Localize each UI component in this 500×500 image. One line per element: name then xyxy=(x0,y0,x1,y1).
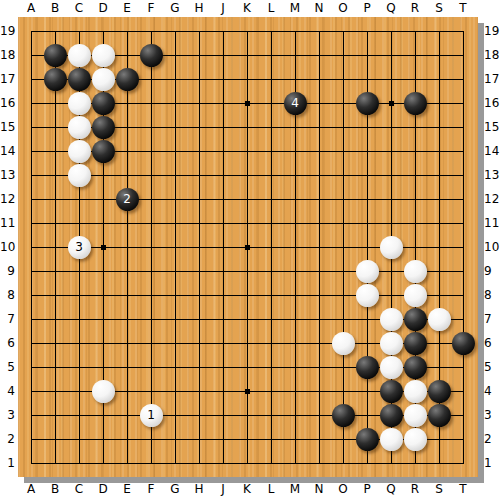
intersection-L7[interactable] xyxy=(259,307,283,331)
intersection-B10[interactable] xyxy=(43,235,67,259)
intersection-J2[interactable] xyxy=(211,427,235,451)
intersection-S18[interactable] xyxy=(427,43,451,67)
intersection-R13[interactable] xyxy=(403,163,427,187)
intersection-S16[interactable] xyxy=(427,91,451,115)
intersection-F2[interactable] xyxy=(139,427,163,451)
intersection-L5[interactable] xyxy=(259,355,283,379)
intersection-P9[interactable] xyxy=(355,259,379,283)
intersection-G4[interactable] xyxy=(163,379,187,403)
intersection-E7[interactable] xyxy=(115,307,139,331)
intersection-G3[interactable] xyxy=(163,403,187,427)
intersection-R14[interactable] xyxy=(403,139,427,163)
intersection-O13[interactable] xyxy=(331,163,355,187)
intersection-S6[interactable] xyxy=(427,331,451,355)
intersection-P8[interactable] xyxy=(355,283,379,307)
intersection-P12[interactable] xyxy=(355,187,379,211)
intersection-N10[interactable] xyxy=(307,235,331,259)
intersection-K17[interactable] xyxy=(235,67,259,91)
intersection-R3[interactable] xyxy=(403,403,427,427)
intersection-J3[interactable] xyxy=(211,403,235,427)
intersection-C14[interactable] xyxy=(67,139,91,163)
intersection-A13[interactable] xyxy=(19,163,43,187)
intersection-T14[interactable] xyxy=(451,139,475,163)
intersection-J9[interactable] xyxy=(211,259,235,283)
intersection-S4[interactable] xyxy=(427,379,451,403)
intersection-A8[interactable] xyxy=(19,283,43,307)
intersection-M11[interactable] xyxy=(283,211,307,235)
intersection-K13[interactable] xyxy=(235,163,259,187)
intersection-L16[interactable] xyxy=(259,91,283,115)
intersection-C2[interactable] xyxy=(67,427,91,451)
intersection-J7[interactable] xyxy=(211,307,235,331)
intersection-P13[interactable] xyxy=(355,163,379,187)
intersection-S19[interactable] xyxy=(427,19,451,43)
intersection-F3[interactable]: 1 xyxy=(139,403,163,427)
intersection-P14[interactable] xyxy=(355,139,379,163)
intersection-C16[interactable] xyxy=(67,91,91,115)
intersection-D5[interactable] xyxy=(91,355,115,379)
intersection-N3[interactable] xyxy=(307,403,331,427)
intersection-L4[interactable] xyxy=(259,379,283,403)
intersection-O3[interactable] xyxy=(331,403,355,427)
intersection-E16[interactable] xyxy=(115,91,139,115)
intersection-E9[interactable] xyxy=(115,259,139,283)
intersection-O1[interactable] xyxy=(331,451,355,475)
intersection-G8[interactable] xyxy=(163,283,187,307)
intersection-H16[interactable] xyxy=(187,91,211,115)
intersection-B15[interactable] xyxy=(43,115,67,139)
intersection-E15[interactable] xyxy=(115,115,139,139)
intersection-A16[interactable] xyxy=(19,91,43,115)
intersection-J1[interactable] xyxy=(211,451,235,475)
intersection-E5[interactable] xyxy=(115,355,139,379)
intersection-M1[interactable] xyxy=(283,451,307,475)
intersection-F1[interactable] xyxy=(139,451,163,475)
intersection-S12[interactable] xyxy=(427,187,451,211)
intersection-B13[interactable] xyxy=(43,163,67,187)
intersection-T11[interactable] xyxy=(451,211,475,235)
intersection-T18[interactable] xyxy=(451,43,475,67)
intersection-M5[interactable] xyxy=(283,355,307,379)
intersection-R11[interactable] xyxy=(403,211,427,235)
intersection-M19[interactable] xyxy=(283,19,307,43)
intersection-D1[interactable] xyxy=(91,451,115,475)
intersection-H18[interactable] xyxy=(187,43,211,67)
intersection-C18[interactable] xyxy=(67,43,91,67)
intersection-A14[interactable] xyxy=(19,139,43,163)
intersection-M4[interactable] xyxy=(283,379,307,403)
intersection-D6[interactable] xyxy=(91,331,115,355)
intersection-D11[interactable] xyxy=(91,211,115,235)
intersection-Q16[interactable] xyxy=(379,91,403,115)
intersection-A3[interactable] xyxy=(19,403,43,427)
intersection-N9[interactable] xyxy=(307,259,331,283)
intersection-H2[interactable] xyxy=(187,427,211,451)
intersection-J17[interactable] xyxy=(211,67,235,91)
intersection-K9[interactable] xyxy=(235,259,259,283)
intersection-M18[interactable] xyxy=(283,43,307,67)
intersection-Q1[interactable] xyxy=(379,451,403,475)
intersection-T7[interactable] xyxy=(451,307,475,331)
intersection-B16[interactable] xyxy=(43,91,67,115)
intersection-H7[interactable] xyxy=(187,307,211,331)
intersection-E18[interactable] xyxy=(115,43,139,67)
intersection-F11[interactable] xyxy=(139,211,163,235)
intersection-O4[interactable] xyxy=(331,379,355,403)
intersection-O10[interactable] xyxy=(331,235,355,259)
intersection-A19[interactable] xyxy=(19,19,43,43)
intersection-H5[interactable] xyxy=(187,355,211,379)
intersection-N19[interactable] xyxy=(307,19,331,43)
intersection-G6[interactable] xyxy=(163,331,187,355)
intersection-J18[interactable] xyxy=(211,43,235,67)
intersection-S10[interactable] xyxy=(427,235,451,259)
intersection-H6[interactable] xyxy=(187,331,211,355)
intersection-N8[interactable] xyxy=(307,283,331,307)
intersection-K12[interactable] xyxy=(235,187,259,211)
intersection-C10[interactable]: 3 xyxy=(67,235,91,259)
intersection-L2[interactable] xyxy=(259,427,283,451)
intersection-A1[interactable] xyxy=(19,451,43,475)
intersection-C17[interactable] xyxy=(67,67,91,91)
intersection-N13[interactable] xyxy=(307,163,331,187)
intersection-K11[interactable] xyxy=(235,211,259,235)
intersection-E4[interactable] xyxy=(115,379,139,403)
intersection-G14[interactable] xyxy=(163,139,187,163)
intersection-C13[interactable] xyxy=(67,163,91,187)
intersection-D18[interactable] xyxy=(91,43,115,67)
intersection-D9[interactable] xyxy=(91,259,115,283)
intersection-G13[interactable] xyxy=(163,163,187,187)
intersection-R19[interactable] xyxy=(403,19,427,43)
intersection-P2[interactable] xyxy=(355,427,379,451)
intersection-O14[interactable] xyxy=(331,139,355,163)
intersection-R17[interactable] xyxy=(403,67,427,91)
intersection-B7[interactable] xyxy=(43,307,67,331)
intersection-D19[interactable] xyxy=(91,19,115,43)
intersection-K14[interactable] xyxy=(235,139,259,163)
intersection-Q4[interactable] xyxy=(379,379,403,403)
intersection-N12[interactable] xyxy=(307,187,331,211)
intersection-L19[interactable] xyxy=(259,19,283,43)
intersection-G18[interactable] xyxy=(163,43,187,67)
intersection-G1[interactable] xyxy=(163,451,187,475)
intersection-F5[interactable] xyxy=(139,355,163,379)
intersection-Q18[interactable] xyxy=(379,43,403,67)
intersection-H9[interactable] xyxy=(187,259,211,283)
intersection-T8[interactable] xyxy=(451,283,475,307)
intersection-D15[interactable] xyxy=(91,115,115,139)
intersection-Q10[interactable] xyxy=(379,235,403,259)
intersection-O11[interactable] xyxy=(331,211,355,235)
intersection-N15[interactable] xyxy=(307,115,331,139)
intersection-P11[interactable] xyxy=(355,211,379,235)
intersection-K8[interactable] xyxy=(235,283,259,307)
intersection-F8[interactable] xyxy=(139,283,163,307)
intersection-C7[interactable] xyxy=(67,307,91,331)
intersection-M16[interactable]: 4 xyxy=(283,91,307,115)
intersection-D16[interactable] xyxy=(91,91,115,115)
intersection-O6[interactable] xyxy=(331,331,355,355)
intersection-T3[interactable] xyxy=(451,403,475,427)
intersection-E17[interactable] xyxy=(115,67,139,91)
intersection-G10[interactable] xyxy=(163,235,187,259)
intersection-Q15[interactable] xyxy=(379,115,403,139)
intersection-Q14[interactable] xyxy=(379,139,403,163)
intersection-P1[interactable] xyxy=(355,451,379,475)
intersection-J5[interactable] xyxy=(211,355,235,379)
intersection-S11[interactable] xyxy=(427,211,451,235)
intersection-C4[interactable] xyxy=(67,379,91,403)
intersection-J14[interactable] xyxy=(211,139,235,163)
intersection-P3[interactable] xyxy=(355,403,379,427)
intersection-C8[interactable] xyxy=(67,283,91,307)
intersection-T16[interactable] xyxy=(451,91,475,115)
intersection-E3[interactable] xyxy=(115,403,139,427)
intersection-P6[interactable] xyxy=(355,331,379,355)
intersection-N16[interactable] xyxy=(307,91,331,115)
intersection-A9[interactable] xyxy=(19,259,43,283)
intersection-P17[interactable] xyxy=(355,67,379,91)
intersection-O7[interactable] xyxy=(331,307,355,331)
intersection-K7[interactable] xyxy=(235,307,259,331)
intersection-O19[interactable] xyxy=(331,19,355,43)
intersection-M15[interactable] xyxy=(283,115,307,139)
intersection-R6[interactable] xyxy=(403,331,427,355)
intersection-A7[interactable] xyxy=(19,307,43,331)
intersection-M10[interactable] xyxy=(283,235,307,259)
intersection-S15[interactable] xyxy=(427,115,451,139)
intersection-L11[interactable] xyxy=(259,211,283,235)
intersection-F6[interactable] xyxy=(139,331,163,355)
intersection-M2[interactable] xyxy=(283,427,307,451)
intersection-E14[interactable] xyxy=(115,139,139,163)
intersection-P7[interactable] xyxy=(355,307,379,331)
intersection-D3[interactable] xyxy=(91,403,115,427)
intersection-Q3[interactable] xyxy=(379,403,403,427)
intersection-K3[interactable] xyxy=(235,403,259,427)
intersection-M9[interactable] xyxy=(283,259,307,283)
intersection-K1[interactable] xyxy=(235,451,259,475)
intersection-T17[interactable] xyxy=(451,67,475,91)
intersection-Q2[interactable] xyxy=(379,427,403,451)
intersection-S17[interactable] xyxy=(427,67,451,91)
intersection-T6[interactable] xyxy=(451,331,475,355)
intersection-S5[interactable] xyxy=(427,355,451,379)
intersection-K18[interactable] xyxy=(235,43,259,67)
intersection-C11[interactable] xyxy=(67,211,91,235)
intersection-Q5[interactable] xyxy=(379,355,403,379)
intersection-L6[interactable] xyxy=(259,331,283,355)
intersection-J11[interactable] xyxy=(211,211,235,235)
intersection-S14[interactable] xyxy=(427,139,451,163)
intersection-N14[interactable] xyxy=(307,139,331,163)
intersection-H19[interactable] xyxy=(187,19,211,43)
intersection-B9[interactable] xyxy=(43,259,67,283)
intersection-E19[interactable] xyxy=(115,19,139,43)
intersection-F12[interactable] xyxy=(139,187,163,211)
intersection-T10[interactable] xyxy=(451,235,475,259)
intersection-A6[interactable] xyxy=(19,331,43,355)
intersection-J10[interactable] xyxy=(211,235,235,259)
intersection-E1[interactable] xyxy=(115,451,139,475)
intersection-D12[interactable] xyxy=(91,187,115,211)
intersection-C1[interactable] xyxy=(67,451,91,475)
intersection-Q8[interactable] xyxy=(379,283,403,307)
intersection-H3[interactable] xyxy=(187,403,211,427)
intersection-K2[interactable] xyxy=(235,427,259,451)
intersection-H14[interactable] xyxy=(187,139,211,163)
intersection-F14[interactable] xyxy=(139,139,163,163)
intersection-A12[interactable] xyxy=(19,187,43,211)
intersection-S3[interactable] xyxy=(427,403,451,427)
intersection-L8[interactable] xyxy=(259,283,283,307)
intersection-R12[interactable] xyxy=(403,187,427,211)
intersection-K19[interactable] xyxy=(235,19,259,43)
intersection-T5[interactable] xyxy=(451,355,475,379)
intersection-N2[interactable] xyxy=(307,427,331,451)
intersection-R18[interactable] xyxy=(403,43,427,67)
intersection-F19[interactable] xyxy=(139,19,163,43)
intersection-L18[interactable] xyxy=(259,43,283,67)
intersection-F10[interactable] xyxy=(139,235,163,259)
intersection-P10[interactable] xyxy=(355,235,379,259)
intersection-M7[interactable] xyxy=(283,307,307,331)
intersection-A5[interactable] xyxy=(19,355,43,379)
intersection-T1[interactable] xyxy=(451,451,475,475)
intersection-E11[interactable] xyxy=(115,211,139,235)
intersection-O16[interactable] xyxy=(331,91,355,115)
intersection-R2[interactable] xyxy=(403,427,427,451)
intersection-H11[interactable] xyxy=(187,211,211,235)
intersection-B17[interactable] xyxy=(43,67,67,91)
intersection-A2[interactable] xyxy=(19,427,43,451)
intersection-P19[interactable] xyxy=(355,19,379,43)
intersection-J16[interactable] xyxy=(211,91,235,115)
intersection-R7[interactable] xyxy=(403,307,427,331)
intersection-F18[interactable] xyxy=(139,43,163,67)
intersection-L15[interactable] xyxy=(259,115,283,139)
intersection-B2[interactable] xyxy=(43,427,67,451)
intersection-D17[interactable] xyxy=(91,67,115,91)
intersection-C19[interactable] xyxy=(67,19,91,43)
intersection-S1[interactable] xyxy=(427,451,451,475)
intersection-M6[interactable] xyxy=(283,331,307,355)
intersection-D13[interactable] xyxy=(91,163,115,187)
intersection-G9[interactable] xyxy=(163,259,187,283)
intersection-G12[interactable] xyxy=(163,187,187,211)
intersection-C15[interactable] xyxy=(67,115,91,139)
intersection-J4[interactable] xyxy=(211,379,235,403)
intersection-G5[interactable] xyxy=(163,355,187,379)
intersection-O2[interactable] xyxy=(331,427,355,451)
intersection-G17[interactable] xyxy=(163,67,187,91)
intersection-K10[interactable] xyxy=(235,235,259,259)
intersection-D7[interactable] xyxy=(91,307,115,331)
intersection-R5[interactable] xyxy=(403,355,427,379)
intersection-S8[interactable] xyxy=(427,283,451,307)
intersection-R1[interactable] xyxy=(403,451,427,475)
intersection-A15[interactable] xyxy=(19,115,43,139)
intersection-E12[interactable]: 2 xyxy=(115,187,139,211)
intersection-S2[interactable] xyxy=(427,427,451,451)
intersection-J8[interactable] xyxy=(211,283,235,307)
intersection-D8[interactable] xyxy=(91,283,115,307)
intersection-G19[interactable] xyxy=(163,19,187,43)
intersection-L9[interactable] xyxy=(259,259,283,283)
intersection-L17[interactable] xyxy=(259,67,283,91)
intersection-L13[interactable] xyxy=(259,163,283,187)
intersection-R9[interactable] xyxy=(403,259,427,283)
intersection-P4[interactable] xyxy=(355,379,379,403)
intersection-G15[interactable] xyxy=(163,115,187,139)
intersection-Q11[interactable] xyxy=(379,211,403,235)
intersection-E10[interactable] xyxy=(115,235,139,259)
intersection-K16[interactable] xyxy=(235,91,259,115)
intersection-L14[interactable] xyxy=(259,139,283,163)
intersection-O5[interactable] xyxy=(331,355,355,379)
intersection-O12[interactable] xyxy=(331,187,355,211)
intersection-Q9[interactable] xyxy=(379,259,403,283)
intersection-J19[interactable] xyxy=(211,19,235,43)
intersection-L12[interactable] xyxy=(259,187,283,211)
intersection-C5[interactable] xyxy=(67,355,91,379)
intersection-Q19[interactable] xyxy=(379,19,403,43)
intersection-T15[interactable] xyxy=(451,115,475,139)
intersection-G11[interactable] xyxy=(163,211,187,235)
intersection-A4[interactable] xyxy=(19,379,43,403)
intersection-S13[interactable] xyxy=(427,163,451,187)
intersection-H13[interactable] xyxy=(187,163,211,187)
intersection-B5[interactable] xyxy=(43,355,67,379)
intersection-M12[interactable] xyxy=(283,187,307,211)
intersection-H4[interactable] xyxy=(187,379,211,403)
intersection-F17[interactable] xyxy=(139,67,163,91)
intersection-J15[interactable] xyxy=(211,115,235,139)
intersection-N1[interactable] xyxy=(307,451,331,475)
intersection-T13[interactable] xyxy=(451,163,475,187)
intersection-H12[interactable] xyxy=(187,187,211,211)
intersection-L10[interactable] xyxy=(259,235,283,259)
intersection-H10[interactable] xyxy=(187,235,211,259)
intersection-B12[interactable] xyxy=(43,187,67,211)
intersection-A17[interactable] xyxy=(19,67,43,91)
intersection-B1[interactable] xyxy=(43,451,67,475)
intersection-F4[interactable] xyxy=(139,379,163,403)
intersection-C3[interactable] xyxy=(67,403,91,427)
intersection-T9[interactable] xyxy=(451,259,475,283)
intersection-E2[interactable] xyxy=(115,427,139,451)
intersection-M17[interactable] xyxy=(283,67,307,91)
intersection-R15[interactable] xyxy=(403,115,427,139)
intersection-G16[interactable] xyxy=(163,91,187,115)
intersection-Q12[interactable] xyxy=(379,187,403,211)
intersection-P5[interactable] xyxy=(355,355,379,379)
intersection-R16[interactable] xyxy=(403,91,427,115)
intersection-C6[interactable] xyxy=(67,331,91,355)
intersection-Q13[interactable] xyxy=(379,163,403,187)
intersection-P18[interactable] xyxy=(355,43,379,67)
intersection-N6[interactable] xyxy=(307,331,331,355)
intersection-H17[interactable] xyxy=(187,67,211,91)
intersection-N7[interactable] xyxy=(307,307,331,331)
intersection-A10[interactable] xyxy=(19,235,43,259)
intersection-F16[interactable] xyxy=(139,91,163,115)
intersection-B8[interactable] xyxy=(43,283,67,307)
intersection-R4[interactable] xyxy=(403,379,427,403)
intersection-F7[interactable] xyxy=(139,307,163,331)
intersection-F13[interactable] xyxy=(139,163,163,187)
